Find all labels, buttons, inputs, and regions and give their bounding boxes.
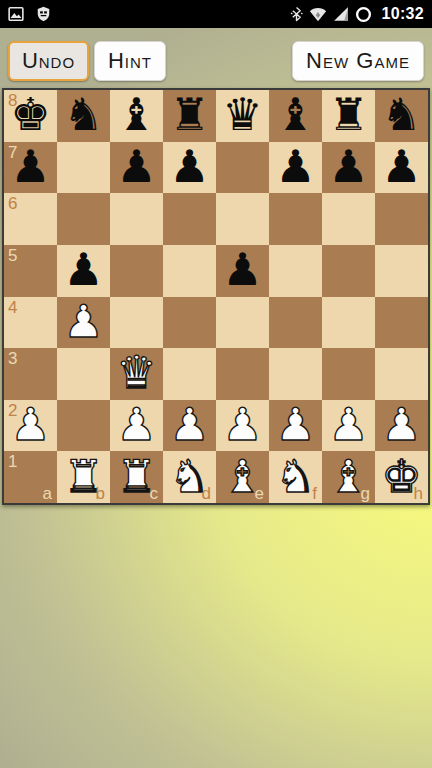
square-b2[interactable] <box>57 400 110 452</box>
square-g2[interactable]: ♟︎ <box>322 400 375 452</box>
square-h6[interactable] <box>375 193 428 245</box>
square-g7[interactable]: ♟︎ <box>322 142 375 194</box>
piece-black-pawn: ♟︎ <box>275 144 315 189</box>
piece-white-pawn: ♟︎ <box>63 299 103 344</box>
square-f7[interactable]: ♟︎ <box>269 142 322 194</box>
square-c6[interactable] <box>110 193 163 245</box>
piece-white-pawn: ♟︎ <box>328 402 368 447</box>
square-f8[interactable]: ♝︎ <box>269 90 322 142</box>
battery-circle-icon <box>355 6 372 23</box>
rank-label-1: 1 <box>8 453 17 470</box>
clock: 10:32 <box>382 5 424 23</box>
piece-black-pawn: ♟︎ <box>63 247 103 292</box>
piece-white-pawn: ♟︎ <box>10 402 50 447</box>
new-game-button[interactable]: New Game <box>292 41 424 81</box>
app-screen: 10:32 Undo Hint New Game ♚︎8♞︎♝︎♜︎♛︎♝︎♜︎… <box>0 0 432 768</box>
file-label-e: e <box>255 485 264 502</box>
hint-button[interactable]: Hint <box>94 41 166 81</box>
square-a6[interactable]: 6 <box>4 193 57 245</box>
square-h4[interactable] <box>375 297 428 349</box>
square-f3[interactable] <box>269 348 322 400</box>
square-d7[interactable]: ♟︎ <box>163 142 216 194</box>
square-a4[interactable]: 4 <box>4 297 57 349</box>
piece-black-king: ♚︎ <box>10 92 50 137</box>
square-e6[interactable] <box>216 193 269 245</box>
piece-white-pawn: ♟︎ <box>381 402 421 447</box>
square-f4[interactable] <box>269 297 322 349</box>
square-b6[interactable] <box>57 193 110 245</box>
square-e8[interactable]: ♛︎ <box>216 90 269 142</box>
piece-white-rook: ♜︎ <box>116 454 156 499</box>
piece-black-bishop: ♝︎ <box>116 92 156 137</box>
signal-icon <box>333 6 349 22</box>
image-icon <box>8 6 24 22</box>
square-a5[interactable]: 5 <box>4 245 57 297</box>
piece-black-pawn: ♟︎ <box>10 144 50 189</box>
file-label-b: b <box>96 485 105 502</box>
square-a2[interactable]: ♟︎2 <box>4 400 57 452</box>
square-h2[interactable]: ♟︎ <box>375 400 428 452</box>
piece-black-pawn: ♟︎ <box>169 144 209 189</box>
square-h8[interactable]: ♞︎ <box>375 90 428 142</box>
piece-white-bishop: ♝︎ <box>222 454 262 499</box>
piece-black-pawn: ♟︎ <box>328 144 368 189</box>
piece-black-rook: ♜︎ <box>328 92 368 137</box>
piece-black-queen: ♛︎ <box>222 92 262 137</box>
square-g1[interactable]: ♝︎g <box>322 451 375 503</box>
rank-label-7: 7 <box>8 144 17 161</box>
square-e2[interactable]: ♟︎ <box>216 400 269 452</box>
toolbar: Undo Hint New Game <box>8 41 424 81</box>
rank-label-8: 8 <box>8 92 17 109</box>
square-b3[interactable] <box>57 348 110 400</box>
status-bar-system-icons: 10:32 <box>290 5 424 23</box>
square-e1[interactable]: ♝︎e <box>216 451 269 503</box>
piece-white-knight: ♞︎ <box>275 454 315 499</box>
rank-label-4: 4 <box>8 299 17 316</box>
piece-white-queen: ♛︎ <box>116 350 156 395</box>
square-b1[interactable]: ♜︎b <box>57 451 110 503</box>
square-f5[interactable] <box>269 245 322 297</box>
rank-label-3: 3 <box>8 350 17 367</box>
chess-board: ♚︎8♞︎♝︎♜︎♛︎♝︎♜︎♞︎♟︎7♟︎♟︎♟︎♟︎♟︎65♟︎♟︎4♟︎3… <box>2 88 430 505</box>
piece-black-knight: ♞︎ <box>381 92 421 137</box>
square-d8[interactable]: ♜︎ <box>163 90 216 142</box>
piece-white-pawn: ♟︎ <box>275 402 315 447</box>
square-a8[interactable]: ♚︎8 <box>4 90 57 142</box>
square-e5[interactable]: ♟︎ <box>216 245 269 297</box>
square-f6[interactable] <box>269 193 322 245</box>
piece-white-king: ♚︎ <box>381 454 421 499</box>
file-label-a: a <box>43 485 52 502</box>
rank-label-5: 5 <box>8 247 17 264</box>
wifi-icon <box>309 6 327 22</box>
square-g5[interactable] <box>322 245 375 297</box>
piece-black-pawn: ♟︎ <box>116 144 156 189</box>
square-d2[interactable]: ♟︎ <box>163 400 216 452</box>
square-e3[interactable] <box>216 348 269 400</box>
square-h1[interactable]: ♚︎h <box>375 451 428 503</box>
square-b4[interactable]: ♟︎ <box>57 297 110 349</box>
piece-white-bishop: ♝︎ <box>328 454 368 499</box>
square-c7[interactable]: ♟︎ <box>110 142 163 194</box>
square-h7[interactable]: ♟︎ <box>375 142 428 194</box>
square-c2[interactable]: ♟︎ <box>110 400 163 452</box>
rank-label-2: 2 <box>8 402 17 419</box>
piece-black-rook: ♜︎ <box>169 92 209 137</box>
square-d6[interactable] <box>163 193 216 245</box>
file-label-g: g <box>361 485 370 502</box>
square-h5[interactable] <box>375 245 428 297</box>
status-bar-notifications <box>8 6 51 22</box>
bluetooth-icon <box>290 6 303 22</box>
square-g3[interactable] <box>322 348 375 400</box>
square-d4[interactable] <box>163 297 216 349</box>
file-label-h: h <box>414 485 423 502</box>
square-d1[interactable]: ♞︎d <box>163 451 216 503</box>
square-d3[interactable] <box>163 348 216 400</box>
square-c4[interactable] <box>110 297 163 349</box>
status-bar: 10:32 <box>0 0 432 28</box>
piece-black-knight: ♞︎ <box>63 92 103 137</box>
toolbar-spacer <box>166 41 292 81</box>
piece-white-knight: ♞︎ <box>169 454 209 499</box>
square-g4[interactable] <box>322 297 375 349</box>
file-label-d: d <box>202 485 211 502</box>
piece-black-pawn: ♟︎ <box>381 144 421 189</box>
square-b7[interactable] <box>57 142 110 194</box>
square-g6[interactable] <box>322 193 375 245</box>
square-a3[interactable]: 3 <box>4 348 57 400</box>
piece-white-rook: ♜︎ <box>63 454 103 499</box>
square-g8[interactable]: ♜︎ <box>322 90 375 142</box>
square-f2[interactable]: ♟︎ <box>269 400 322 452</box>
file-label-f: f <box>312 485 317 502</box>
shield-icon <box>36 6 51 22</box>
square-c8[interactable]: ♝︎ <box>110 90 163 142</box>
square-h3[interactable] <box>375 348 428 400</box>
undo-button[interactable]: Undo <box>8 41 89 81</box>
square-d5[interactable] <box>163 245 216 297</box>
square-c1[interactable]: ♜︎c <box>110 451 163 503</box>
square-c5[interactable] <box>110 245 163 297</box>
square-a7[interactable]: ♟︎7 <box>4 142 57 194</box>
square-e7[interactable] <box>216 142 269 194</box>
file-label-c: c <box>150 485 159 502</box>
piece-white-pawn: ♟︎ <box>169 402 209 447</box>
square-a1[interactable]: 1a <box>4 451 57 503</box>
square-b8[interactable]: ♞︎ <box>57 90 110 142</box>
rank-label-6: 6 <box>8 195 17 212</box>
piece-black-pawn: ♟︎ <box>222 247 262 292</box>
square-e4[interactable] <box>216 297 269 349</box>
square-c3[interactable]: ♛︎ <box>110 348 163 400</box>
piece-white-pawn: ♟︎ <box>116 402 156 447</box>
square-b5[interactable]: ♟︎ <box>57 245 110 297</box>
square-f1[interactable]: ♞︎f <box>269 451 322 503</box>
piece-white-pawn: ♟︎ <box>222 402 262 447</box>
piece-black-bishop: ♝︎ <box>275 92 315 137</box>
